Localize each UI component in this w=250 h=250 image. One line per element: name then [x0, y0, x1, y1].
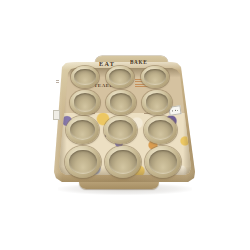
muffin-cup-r3c3	[144, 116, 177, 144]
muffin-cup-r2c3	[142, 90, 172, 115]
muffin-cup-r1c1	[71, 66, 99, 88]
muffin-cup-r1c3	[141, 66, 169, 88]
product-photo-scene: EAT BAKE TEAELL	[0, 0, 250, 250]
rim-fine-print	[56, 80, 59, 89]
muffin-cup-r2c2	[106, 90, 136, 115]
muffin-cup-r3c1	[66, 116, 99, 144]
edge-sticker	[53, 110, 60, 120]
muffin-cup-r3c2	[104, 116, 137, 144]
muffin-cup-r4c2	[105, 146, 141, 178]
muffin-cup-r4c3	[145, 146, 181, 178]
muffin-cup-r1c2	[106, 66, 134, 88]
muffin-cup-r2c1	[70, 90, 100, 115]
muffin-cup-r4c1	[65, 146, 101, 178]
card-label-bake: BAKE	[130, 60, 147, 65]
